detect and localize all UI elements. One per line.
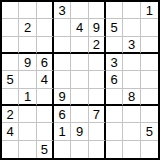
sudoku-cell-r6c6[interactable]	[89, 89, 106, 106]
sudoku-cell-r5c6[interactable]	[89, 71, 106, 88]
sudoku-cell-r4c6[interactable]	[89, 54, 106, 71]
sudoku-cell-r2c8[interactable]	[123, 19, 140, 36]
sudoku-cell-r1c6[interactable]	[89, 2, 106, 19]
sudoku-cell-r2c2: 2	[19, 19, 36, 36]
sudoku-cell-r6c1[interactable]	[2, 89, 19, 106]
sudoku-cell-r2c5: 4	[71, 19, 88, 36]
sudoku-cell-r5c9[interactable]	[141, 71, 158, 88]
sudoku-cell-r6c4: 9	[54, 89, 71, 106]
sudoku-cell-r9c6[interactable]	[89, 141, 106, 158]
sudoku-cell-r4c2: 9	[19, 54, 36, 71]
sudoku-cell-r1c1[interactable]	[2, 2, 19, 19]
sudoku-cell-r5c4[interactable]	[54, 71, 71, 88]
sudoku-cell-r6c7[interactable]	[106, 89, 123, 106]
sudoku-cell-r9c7[interactable]	[106, 141, 123, 158]
sudoku-cell-r4c9[interactable]	[141, 54, 158, 71]
sudoku-cell-r3c7[interactable]	[106, 37, 123, 54]
sudoku-cell-r3c4[interactable]	[54, 37, 71, 54]
sudoku-cell-r1c8[interactable]	[123, 2, 140, 19]
sudoku-cell-r6c9[interactable]	[141, 89, 158, 106]
sudoku-cell-r3c3[interactable]	[37, 37, 54, 54]
sudoku-cell-r3c9[interactable]	[141, 37, 158, 54]
sudoku-cell-r8c8[interactable]	[123, 123, 140, 140]
sudoku-cell-r7c4: 6	[54, 106, 71, 123]
sudoku-cell-r4c8[interactable]	[123, 54, 140, 71]
sudoku-cell-r6c3[interactable]	[37, 89, 54, 106]
sudoku-cell-r1c7[interactable]	[106, 2, 123, 19]
sudoku-cell-r2c1[interactable]	[2, 19, 19, 36]
sudoku-cell-r6c8: 8	[123, 89, 140, 106]
sudoku-cell-r8c2[interactable]	[19, 123, 36, 140]
sudoku-cell-r4c5[interactable]	[71, 54, 88, 71]
sudoku-cell-r1c3[interactable]	[37, 2, 54, 19]
sudoku-cell-r9c4[interactable]	[54, 141, 71, 158]
sudoku-cell-r8c6[interactable]	[89, 123, 106, 140]
sudoku-cell-r3c2[interactable]	[19, 37, 36, 54]
sudoku-cell-r1c9: 1	[141, 2, 158, 19]
sudoku-cell-r3c8: 3	[123, 37, 140, 54]
sudoku-cell-r9c3: 5	[37, 141, 54, 158]
sudoku-cell-r8c9: 5	[141, 123, 158, 140]
sudoku-cell-r2c6: 9	[89, 19, 106, 36]
sudoku-cell-r5c3: 4	[37, 71, 54, 88]
sudoku-cell-r8c3[interactable]	[37, 123, 54, 140]
sudoku-cell-r2c3[interactable]	[37, 19, 54, 36]
sudoku-cell-r6c2: 1	[19, 89, 36, 106]
sudoku-board: 3124952396354619826741955	[0, 0, 160, 160]
sudoku-cell-r5c8[interactable]	[123, 71, 140, 88]
sudoku-cell-r2c9[interactable]	[141, 19, 158, 36]
sudoku-cell-r7c7[interactable]	[106, 106, 123, 123]
sudoku-cell-r7c5[interactable]	[71, 106, 88, 123]
sudoku-cell-r8c4: 1	[54, 123, 71, 140]
sudoku-cell-r1c4: 3	[54, 2, 71, 19]
sudoku-cell-r8c7[interactable]	[106, 123, 123, 140]
sudoku-cell-r1c2[interactable]	[19, 2, 36, 19]
sudoku-cell-r7c8[interactable]	[123, 106, 140, 123]
sudoku-cell-r6c5[interactable]	[71, 89, 88, 106]
sudoku-cell-r2c7: 5	[106, 19, 123, 36]
sudoku-cell-r9c1[interactable]	[2, 141, 19, 158]
sudoku-cell-r1c5[interactable]	[71, 2, 88, 19]
sudoku-cell-r4c1[interactable]	[2, 54, 19, 71]
sudoku-cell-r7c3[interactable]	[37, 106, 54, 123]
sudoku-cell-r7c9[interactable]	[141, 106, 158, 123]
sudoku-cell-r9c2[interactable]	[19, 141, 36, 158]
sudoku-cell-r7c6: 7	[89, 106, 106, 123]
sudoku-cell-r5c5[interactable]	[71, 71, 88, 88]
sudoku-cell-r8c5: 9	[71, 123, 88, 140]
sudoku-cell-r9c8[interactable]	[123, 141, 140, 158]
sudoku-cell-r9c5[interactable]	[71, 141, 88, 158]
sudoku-cell-r7c1: 2	[2, 106, 19, 123]
sudoku-cell-r5c1: 5	[2, 71, 19, 88]
sudoku-cell-r2c4[interactable]	[54, 19, 71, 36]
sudoku-cell-r3c1[interactable]	[2, 37, 19, 54]
sudoku-cell-r4c4[interactable]	[54, 54, 71, 71]
sudoku-cell-r4c3: 6	[37, 54, 54, 71]
sudoku-cell-r5c2[interactable]	[19, 71, 36, 88]
sudoku-cell-r7c2[interactable]	[19, 106, 36, 123]
sudoku-cell-r5c7: 6	[106, 71, 123, 88]
sudoku-cell-r9c9[interactable]	[141, 141, 158, 158]
sudoku-cell-r3c6: 2	[89, 37, 106, 54]
sudoku-cell-r8c1: 4	[2, 123, 19, 140]
sudoku-cell-r3c5[interactable]	[71, 37, 88, 54]
sudoku-cell-r4c7: 3	[106, 54, 123, 71]
